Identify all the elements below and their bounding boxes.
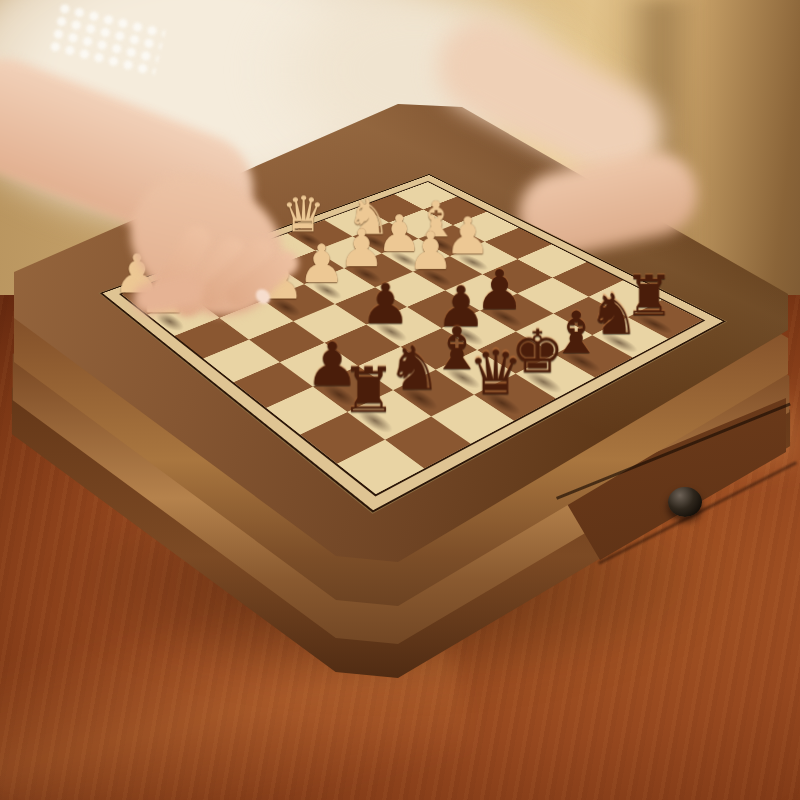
white-pawn: ♟ bbox=[402, 224, 460, 280]
black-rook: ♜ bbox=[334, 357, 403, 424]
black-pawn: ♟ bbox=[355, 274, 417, 334]
black-queen: ♛ bbox=[462, 340, 530, 406]
drawer-knob bbox=[668, 487, 702, 517]
